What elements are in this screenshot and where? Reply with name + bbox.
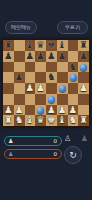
square-h4[interactable]: ♟ bbox=[78, 83, 89, 94]
white-pawn-icon: ♟ bbox=[8, 137, 13, 145]
white-pawn-e2[interactable]: ♟ bbox=[46, 104, 57, 116]
square-a4[interactable] bbox=[3, 83, 14, 94]
flip-board-button[interactable]: ↻ bbox=[64, 146, 82, 164]
white-pawn-a2[interactable]: ♟ bbox=[3, 104, 14, 116]
square-c4[interactable]: ♟ bbox=[25, 83, 36, 94]
black-knight-e5[interactable]: ♞ bbox=[46, 71, 57, 83]
square-h5[interactable] bbox=[78, 72, 89, 83]
white-score-bar: ♟ 0 bbox=[4, 136, 62, 146]
square-b5[interactable]: ♟ bbox=[14, 72, 25, 83]
white-knight-g1[interactable]: ♞ bbox=[68, 114, 79, 126]
square-e4[interactable] bbox=[46, 83, 57, 94]
white-queen-d1[interactable]: ♛ bbox=[35, 114, 46, 126]
black-pawn-d7[interactable]: ♟ bbox=[35, 50, 46, 62]
square-a2[interactable]: ♟ bbox=[3, 105, 14, 116]
move-hint-ball-h6[interactable] bbox=[80, 64, 87, 71]
move-hint-ball-g5[interactable] bbox=[70, 74, 77, 81]
square-a3[interactable] bbox=[3, 94, 14, 105]
white-score-value: 0 bbox=[54, 138, 58, 144]
white-rook-a1[interactable]: ♜ bbox=[3, 114, 14, 126]
square-h8[interactable]: ♜ bbox=[78, 40, 89, 51]
square-h7[interactable]: ♟ bbox=[78, 51, 89, 62]
square-h3[interactable] bbox=[78, 94, 89, 105]
square-f8[interactable]: ♝ bbox=[57, 40, 68, 51]
square-d3[interactable] bbox=[35, 94, 46, 105]
square-c6[interactable] bbox=[25, 62, 36, 73]
square-c3[interactable] bbox=[25, 94, 36, 105]
square-b7[interactable] bbox=[14, 51, 25, 62]
square-b4[interactable] bbox=[14, 83, 25, 94]
square-b3[interactable] bbox=[14, 94, 25, 105]
square-g8[interactable] bbox=[68, 40, 79, 51]
black-score-bar: ♟ 0 bbox=[4, 149, 62, 159]
square-g5[interactable] bbox=[68, 72, 79, 83]
square-h2[interactable] bbox=[78, 105, 89, 116]
square-a6[interactable] bbox=[3, 62, 14, 73]
square-g2[interactable]: ♟ bbox=[68, 105, 79, 116]
white-rook-h1[interactable]: ♜ bbox=[78, 114, 89, 126]
black-piece-tray-icon: ♟ bbox=[81, 134, 88, 144]
square-a8[interactable]: ♜ bbox=[3, 40, 14, 51]
square-f1[interactable]: ♝ bbox=[57, 115, 68, 126]
square-c5[interactable] bbox=[25, 72, 36, 83]
black-bishop-c8[interactable]: ♝ bbox=[25, 39, 36, 51]
black-pawn-icon: ♟ bbox=[8, 150, 13, 158]
square-e2[interactable]: ♟ bbox=[46, 105, 57, 116]
move-hint-ball-f4[interactable] bbox=[59, 85, 66, 92]
square-a7[interactable]: ♟ bbox=[3, 51, 14, 62]
square-g3[interactable] bbox=[68, 94, 79, 105]
square-f3[interactable] bbox=[57, 94, 68, 105]
main-menu-button[interactable]: 메인메뉴 bbox=[5, 21, 37, 34]
app-screen: 메인메뉴 무르기 ♜♝♛♚♝♜♟♟♟♟♟♟♞♟♞♟♟♟♟♟♟♟♟♜♞♝♛♚♝♞♜… bbox=[0, 0, 92, 200]
square-g7[interactable] bbox=[68, 51, 79, 62]
square-c2[interactable] bbox=[25, 105, 36, 116]
square-g1[interactable]: ♞ bbox=[68, 115, 79, 126]
move-hint-ball-d2[interactable] bbox=[37, 107, 44, 114]
square-c7[interactable]: ♟ bbox=[25, 51, 36, 62]
black-king-e8[interactable]: ♚ bbox=[46, 39, 57, 51]
white-piece-tray-icon: ♙ bbox=[64, 134, 71, 144]
square-d6[interactable] bbox=[35, 62, 46, 73]
black-score-value: 0 bbox=[54, 151, 58, 157]
square-e5[interactable]: ♞ bbox=[46, 72, 57, 83]
square-e6[interactable] bbox=[46, 62, 57, 73]
square-e1[interactable]: ♚ bbox=[46, 115, 57, 126]
white-knight-b1[interactable]: ♞ bbox=[14, 114, 25, 126]
square-d4[interactable]: ♟ bbox=[35, 83, 46, 94]
square-f6[interactable] bbox=[57, 62, 68, 73]
white-pawn-c4[interactable]: ♟ bbox=[25, 82, 36, 94]
rotate-icon: ↻ bbox=[69, 150, 77, 160]
square-e8[interactable]: ♚ bbox=[46, 40, 57, 51]
black-queen-d8[interactable]: ♛ bbox=[35, 39, 46, 51]
black-bishop-f8[interactable]: ♝ bbox=[57, 39, 68, 51]
black-pawn-c7[interactable]: ♟ bbox=[25, 50, 36, 62]
square-e7[interactable]: ♟ bbox=[46, 51, 57, 62]
square-e3[interactable] bbox=[46, 94, 57, 105]
square-b2[interactable]: ♟ bbox=[14, 105, 25, 116]
square-c8[interactable]: ♝ bbox=[25, 40, 36, 51]
chess-board: ♜♝♛♚♝♜♟♟♟♟♟♟♞♟♞♟♟♟♟♟♟♟♟♜♞♝♛♚♝♞♜ bbox=[3, 40, 89, 126]
black-pawn-e7[interactable]: ♟ bbox=[46, 50, 57, 62]
black-rook-h8[interactable]: ♜ bbox=[78, 39, 89, 51]
square-f7[interactable]: ♟ bbox=[57, 51, 68, 62]
square-b1[interactable]: ♞ bbox=[14, 115, 25, 126]
square-f5[interactable] bbox=[57, 72, 68, 83]
white-pawn-h4[interactable]: ♟ bbox=[78, 82, 89, 94]
undo-move-button[interactable]: 무르기 bbox=[57, 21, 88, 34]
chess-board-frame: ♜♝♛♚♝♜♟♟♟♟♟♟♞♟♞♟♟♟♟♟♟♟♟♜♞♝♛♚♝♞♜ bbox=[2, 39, 90, 127]
square-a1[interactable]: ♜ bbox=[3, 115, 14, 126]
square-c1[interactable]: ♝ bbox=[25, 115, 36, 126]
white-bishop-c1[interactable]: ♝ bbox=[25, 114, 36, 126]
captured-piece-tray: ♙ ♟ bbox=[64, 134, 88, 144]
black-pawn-b5[interactable]: ♟ bbox=[14, 71, 25, 83]
square-h1[interactable]: ♜ bbox=[78, 115, 89, 126]
square-d2[interactable] bbox=[35, 105, 46, 116]
square-a5[interactable] bbox=[3, 72, 14, 83]
square-d5[interactable] bbox=[35, 72, 46, 83]
square-d1[interactable]: ♛ bbox=[35, 115, 46, 126]
white-pawn-d4[interactable]: ♟ bbox=[35, 82, 46, 94]
white-pawn-b2[interactable]: ♟ bbox=[14, 104, 25, 116]
white-pawn-g2[interactable]: ♟ bbox=[68, 104, 79, 116]
square-g4[interactable] bbox=[68, 83, 79, 94]
black-rook-a8[interactable]: ♜ bbox=[3, 39, 14, 51]
white-pawn-f2[interactable]: ♟ bbox=[57, 104, 68, 116]
square-f2[interactable]: ♟ bbox=[57, 105, 68, 116]
square-f4[interactable] bbox=[57, 83, 68, 94]
square-b6[interactable] bbox=[14, 62, 25, 73]
black-pawn-f7[interactable]: ♟ bbox=[57, 50, 68, 62]
square-h6[interactable] bbox=[78, 62, 89, 73]
square-d7[interactable]: ♟ bbox=[35, 51, 46, 62]
square-b8[interactable] bbox=[14, 40, 25, 51]
white-king-e1[interactable]: ♚ bbox=[46, 114, 57, 126]
white-bishop-f1[interactable]: ♝ bbox=[57, 114, 68, 126]
square-g6[interactable]: ♞ bbox=[68, 62, 79, 73]
black-pawn-h7[interactable]: ♟ bbox=[78, 50, 89, 62]
black-pawn-a7[interactable]: ♟ bbox=[3, 50, 14, 62]
move-hint-ball-e3[interactable] bbox=[48, 96, 55, 103]
square-d8[interactable]: ♛ bbox=[35, 40, 46, 51]
black-knight-g6[interactable]: ♞ bbox=[68, 61, 79, 73]
